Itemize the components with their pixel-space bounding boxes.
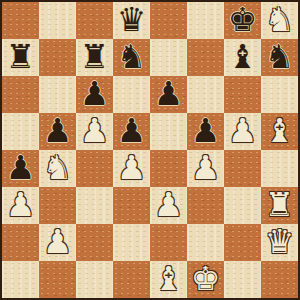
square-h8[interactable]: ♞ bbox=[261, 2, 298, 39]
square-f3[interactable] bbox=[187, 187, 224, 224]
square-e7[interactable] bbox=[150, 39, 187, 76]
white-pawn: ♟ bbox=[228, 113, 258, 149]
chess-board: ♛♚♞♜♜♞♝♞♟♟♟♟♟♟♟♝♟♞♟♟♟♟♜♟♛♝♚ bbox=[0, 0, 300, 300]
square-c5[interactable]: ♟ bbox=[76, 113, 113, 150]
square-c8[interactable] bbox=[76, 2, 113, 39]
black-knight: ♞ bbox=[265, 39, 295, 75]
white-knight: ♞ bbox=[265, 2, 295, 38]
square-d7[interactable]: ♞ bbox=[113, 39, 150, 76]
square-e2[interactable] bbox=[150, 224, 187, 261]
square-f8[interactable] bbox=[187, 2, 224, 39]
square-g2[interactable] bbox=[224, 224, 261, 261]
square-c7[interactable]: ♜ bbox=[76, 39, 113, 76]
white-bishop: ♝ bbox=[154, 261, 184, 297]
square-d8[interactable]: ♛ bbox=[113, 2, 150, 39]
white-pawn: ♟ bbox=[43, 224, 73, 260]
square-d1[interactable] bbox=[113, 261, 150, 298]
black-rook: ♜ bbox=[6, 39, 36, 75]
square-g7[interactable]: ♝ bbox=[224, 39, 261, 76]
square-e4[interactable] bbox=[150, 150, 187, 187]
square-d6[interactable] bbox=[113, 76, 150, 113]
square-g8[interactable]: ♚ bbox=[224, 2, 261, 39]
square-h1[interactable] bbox=[261, 261, 298, 298]
square-b2[interactable]: ♟ bbox=[39, 224, 76, 261]
square-a8[interactable] bbox=[2, 2, 39, 39]
square-b1[interactable] bbox=[39, 261, 76, 298]
square-b5[interactable]: ♟ bbox=[39, 113, 76, 150]
square-c2[interactable] bbox=[76, 224, 113, 261]
white-pawn: ♟ bbox=[6, 187, 36, 223]
square-g1[interactable] bbox=[224, 261, 261, 298]
square-a5[interactable] bbox=[2, 113, 39, 150]
square-b4[interactable]: ♞ bbox=[39, 150, 76, 187]
square-a3[interactable]: ♟ bbox=[2, 187, 39, 224]
black-bishop: ♝ bbox=[228, 39, 258, 75]
black-pawn: ♟ bbox=[191, 113, 221, 149]
white-pawn: ♟ bbox=[191, 150, 221, 186]
square-a7[interactable]: ♜ bbox=[2, 39, 39, 76]
black-pawn: ♟ bbox=[154, 76, 184, 112]
square-a4[interactable]: ♟ bbox=[2, 150, 39, 187]
square-e5[interactable] bbox=[150, 113, 187, 150]
square-b3[interactable] bbox=[39, 187, 76, 224]
white-pawn: ♟ bbox=[117, 150, 147, 186]
black-king: ♚ bbox=[228, 2, 258, 38]
square-f7[interactable] bbox=[187, 39, 224, 76]
black-pawn: ♟ bbox=[80, 76, 110, 112]
square-d2[interactable] bbox=[113, 224, 150, 261]
square-b6[interactable] bbox=[39, 76, 76, 113]
square-f1[interactable]: ♚ bbox=[187, 261, 224, 298]
white-rook: ♜ bbox=[265, 187, 295, 223]
black-pawn: ♟ bbox=[43, 113, 73, 149]
square-f4[interactable]: ♟ bbox=[187, 150, 224, 187]
square-h4[interactable] bbox=[261, 150, 298, 187]
square-g6[interactable] bbox=[224, 76, 261, 113]
black-pawn: ♟ bbox=[117, 113, 147, 149]
square-b7[interactable] bbox=[39, 39, 76, 76]
square-a6[interactable] bbox=[2, 76, 39, 113]
square-g3[interactable] bbox=[224, 187, 261, 224]
square-b8[interactable] bbox=[39, 2, 76, 39]
square-f5[interactable]: ♟ bbox=[187, 113, 224, 150]
square-f2[interactable] bbox=[187, 224, 224, 261]
white-bishop: ♝ bbox=[265, 113, 295, 149]
square-f6[interactable] bbox=[187, 76, 224, 113]
square-d4[interactable]: ♟ bbox=[113, 150, 150, 187]
square-a2[interactable] bbox=[2, 224, 39, 261]
black-knight: ♞ bbox=[117, 39, 147, 75]
square-h6[interactable] bbox=[261, 76, 298, 113]
square-e3[interactable]: ♟ bbox=[150, 187, 187, 224]
square-e1[interactable]: ♝ bbox=[150, 261, 187, 298]
square-e6[interactable]: ♟ bbox=[150, 76, 187, 113]
white-queen: ♛ bbox=[265, 224, 295, 260]
square-h5[interactable]: ♝ bbox=[261, 113, 298, 150]
square-c4[interactable] bbox=[76, 150, 113, 187]
square-c3[interactable] bbox=[76, 187, 113, 224]
square-c1[interactable] bbox=[76, 261, 113, 298]
square-h7[interactable]: ♞ bbox=[261, 39, 298, 76]
black-rook: ♜ bbox=[80, 39, 110, 75]
white-pawn: ♟ bbox=[154, 187, 184, 223]
square-g4[interactable] bbox=[224, 150, 261, 187]
black-queen: ♛ bbox=[117, 2, 147, 38]
square-a1[interactable] bbox=[2, 261, 39, 298]
white-king: ♚ bbox=[191, 261, 221, 297]
white-pawn: ♟ bbox=[80, 113, 110, 149]
square-g5[interactable]: ♟ bbox=[224, 113, 261, 150]
square-h3[interactable]: ♜ bbox=[261, 187, 298, 224]
square-e8[interactable] bbox=[150, 2, 187, 39]
white-knight: ♞ bbox=[43, 150, 73, 186]
square-c6[interactable]: ♟ bbox=[76, 76, 113, 113]
square-d5[interactable]: ♟ bbox=[113, 113, 150, 150]
square-d3[interactable] bbox=[113, 187, 150, 224]
black-pawn: ♟ bbox=[6, 150, 36, 186]
square-h2[interactable]: ♛ bbox=[261, 224, 298, 261]
